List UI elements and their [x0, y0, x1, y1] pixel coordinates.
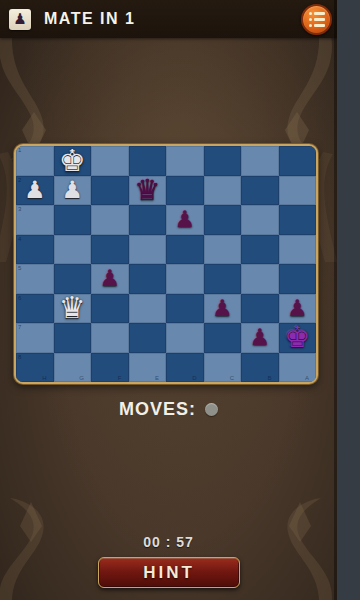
- square-b8[interactable]: b: [241, 353, 279, 383]
- square-b4[interactable]: [241, 235, 279, 265]
- square-e6[interactable]: [129, 294, 167, 324]
- square-e7[interactable]: [129, 323, 167, 353]
- square-g7[interactable]: [54, 323, 92, 353]
- square-h1[interactable]: 1: [16, 146, 54, 176]
- square-b5[interactable]: [241, 264, 279, 294]
- flourish-bottom-right: [269, 456, 339, 600]
- square-g4[interactable]: [54, 235, 92, 265]
- square-g8[interactable]: g: [54, 353, 92, 383]
- square-e5[interactable]: [129, 264, 167, 294]
- rank-label: 8: [18, 354, 21, 360]
- white-king[interactable]: ♚: [59, 146, 86, 176]
- black-pawn[interactable]: ♟: [249, 326, 270, 349]
- rank-label: 6: [18, 295, 21, 301]
- square-b7[interactable]: ♟: [241, 323, 279, 353]
- square-d4[interactable]: [166, 235, 204, 265]
- square-g6[interactable]: ♛: [54, 294, 92, 324]
- file-label: g: [79, 375, 84, 381]
- square-b6[interactable]: [241, 294, 279, 324]
- black-pawn[interactable]: ♟: [99, 267, 120, 290]
- square-e3[interactable]: [129, 205, 167, 235]
- rank-label: 3: [18, 206, 21, 212]
- app-screen: ♟ MATE IN 1 1♚2♟♟♛3♟45♟6♛♟♟7♟♚8hgfedcba …: [0, 0, 360, 600]
- black-pawn[interactable]: ♟: [287, 297, 308, 320]
- square-b2[interactable]: [241, 176, 279, 206]
- square-f1[interactable]: [91, 146, 129, 176]
- rank-label: 4: [18, 236, 21, 242]
- file-label: b: [267, 375, 271, 381]
- square-d8[interactable]: d: [166, 353, 204, 383]
- list-menu-icon: [309, 12, 325, 15]
- flourish-bottom-left: [0, 456, 62, 600]
- square-d7[interactable]: [166, 323, 204, 353]
- square-b1[interactable]: [241, 146, 279, 176]
- white-pawn[interactable]: ♟: [61, 178, 83, 202]
- square-d5[interactable]: [166, 264, 204, 294]
- square-a6[interactable]: ♟: [279, 294, 317, 324]
- square-f5[interactable]: ♟: [91, 264, 129, 294]
- black-queen[interactable]: ♛: [134, 176, 160, 205]
- square-e1[interactable]: [129, 146, 167, 176]
- square-a2[interactable]: [279, 176, 317, 206]
- square-d2[interactable]: [166, 176, 204, 206]
- square-c6[interactable]: ♟: [204, 294, 242, 324]
- file-label: c: [230, 375, 234, 381]
- square-h4[interactable]: 4: [16, 235, 54, 265]
- square-f7[interactable]: [91, 323, 129, 353]
- square-e4[interactable]: [129, 235, 167, 265]
- moves-label: MOVES:: [119, 399, 196, 420]
- rank-label: 7: [18, 324, 21, 330]
- app-edge-shadow: [334, 0, 337, 600]
- square-b3[interactable]: [241, 205, 279, 235]
- square-a3[interactable]: [279, 205, 317, 235]
- square-h2[interactable]: 2♟: [16, 176, 54, 206]
- square-g3[interactable]: [54, 205, 92, 235]
- square-h8[interactable]: 8h: [16, 353, 54, 383]
- black-king[interactable]: ♚: [284, 323, 310, 352]
- square-h6[interactable]: 6: [16, 294, 54, 324]
- white-queen[interactable]: ♛: [59, 293, 86, 323]
- black-pawn[interactable]: ♟: [212, 297, 233, 320]
- rank-label: 1: [18, 147, 21, 153]
- square-f6[interactable]: [91, 294, 129, 324]
- file-label: e: [155, 375, 159, 381]
- menu-button[interactable]: [301, 4, 332, 35]
- square-c2[interactable]: [204, 176, 242, 206]
- rank-label: 5: [18, 265, 21, 271]
- rank-label: 2: [18, 177, 21, 183]
- moves-indicator-dot: [205, 403, 218, 416]
- square-c1[interactable]: [204, 146, 242, 176]
- moves-row: MOVES:: [0, 399, 337, 420]
- square-d6[interactable]: [166, 294, 204, 324]
- square-a4[interactable]: [279, 235, 317, 265]
- square-f4[interactable]: [91, 235, 129, 265]
- chess-board: 1♚2♟♟♛3♟45♟6♛♟♟7♟♚8hgfedcba: [16, 146, 316, 382]
- square-c8[interactable]: c: [204, 353, 242, 383]
- square-f8[interactable]: f: [91, 353, 129, 383]
- square-f2[interactable]: [91, 176, 129, 206]
- square-d1[interactable]: [166, 146, 204, 176]
- file-label: f: [118, 375, 122, 381]
- timer: 00 : 57: [0, 534, 337, 550]
- square-c7[interactable]: [204, 323, 242, 353]
- letterbox-strip: [337, 0, 360, 600]
- puzzle-title: MATE IN 1: [44, 10, 135, 28]
- square-g2[interactable]: ♟: [54, 176, 92, 206]
- square-e8[interactable]: e: [129, 353, 167, 383]
- hint-button[interactable]: HINT: [98, 557, 240, 588]
- file-label: a: [305, 375, 309, 381]
- square-c5[interactable]: [204, 264, 242, 294]
- square-g1[interactable]: ♚: [54, 146, 92, 176]
- square-h5[interactable]: 5: [16, 264, 54, 294]
- pawn-icon: ♟: [9, 9, 31, 30]
- square-d3[interactable]: ♟: [166, 205, 204, 235]
- square-h3[interactable]: 3: [16, 205, 54, 235]
- square-h7[interactable]: 7: [16, 323, 54, 353]
- square-a1[interactable]: [279, 146, 317, 176]
- board-frame: 1♚2♟♟♛3♟45♟6♛♟♟7♟♚8hgfedcba: [14, 144, 318, 384]
- square-f3[interactable]: [91, 205, 129, 235]
- white-pawn[interactable]: ♟: [24, 178, 46, 202]
- square-c4[interactable]: [204, 235, 242, 265]
- square-e2[interactable]: ♛: [129, 176, 167, 206]
- square-g5[interactable]: [54, 264, 92, 294]
- black-pawn[interactable]: ♟: [174, 208, 195, 231]
- top-bar: ♟ MATE IN 1: [0, 0, 337, 38]
- square-a5[interactable]: [279, 264, 317, 294]
- square-c3[interactable]: [204, 205, 242, 235]
- file-label: h: [42, 375, 46, 381]
- file-label: d: [192, 375, 196, 381]
- square-a8[interactable]: a: [279, 353, 317, 383]
- square-a7[interactable]: ♚: [279, 323, 317, 353]
- hint-button-label: HINT: [143, 563, 195, 583]
